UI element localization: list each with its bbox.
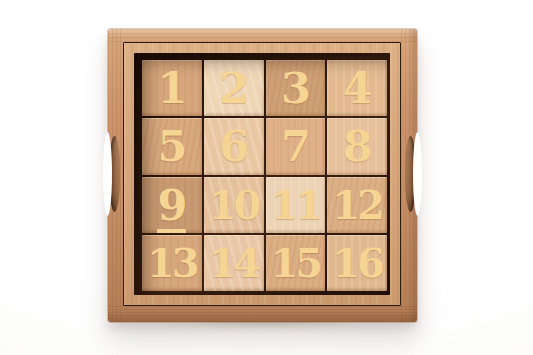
tile-14[interactable]: 14 xyxy=(204,235,264,291)
tile-7[interactable]: 7 xyxy=(266,118,326,174)
tile-1-label: 1 xyxy=(157,67,186,110)
box-rim-right xyxy=(401,29,417,322)
tile-11[interactable]: 11 xyxy=(266,177,326,233)
tile-16[interactable]: 16 xyxy=(327,235,387,291)
tile-13-label: 13 xyxy=(147,243,197,283)
inner-tray-frame: 1 2 3 4 5 6 7 8 9 10 11 12 13 14 15 16 xyxy=(123,42,401,306)
tile-8-label: 8 xyxy=(343,125,372,168)
box-rim-left xyxy=(108,29,123,322)
tile-1[interactable]: 1 xyxy=(142,60,202,116)
tile-16-label: 16 xyxy=(332,243,382,283)
finger-notch-right xyxy=(401,132,417,216)
tile-8[interactable]: 8 xyxy=(327,118,387,174)
finger-notch-left-cutout xyxy=(103,132,112,216)
box-rim-bottom xyxy=(108,306,417,322)
tile-14-label: 14 xyxy=(209,243,259,283)
photo-background: 1 2 3 4 5 6 7 8 9 10 11 12 13 14 15 16 xyxy=(0,0,533,355)
tile-2-label: 2 xyxy=(219,67,248,110)
tile-5[interactable]: 5 xyxy=(142,118,202,174)
tile-11-label: 11 xyxy=(271,185,321,225)
tile-3-label: 3 xyxy=(281,67,310,110)
tile-13[interactable]: 13 xyxy=(142,235,202,291)
tile-2[interactable]: 2 xyxy=(204,60,264,116)
tile-12-label: 12 xyxy=(332,185,382,225)
puzzle-grid: 1 2 3 4 5 6 7 8 9 10 11 12 13 14 15 16 xyxy=(142,60,387,291)
tile-6[interactable]: 6 xyxy=(204,118,264,174)
tile-3[interactable]: 3 xyxy=(266,60,326,116)
finger-notch-right-groove xyxy=(405,136,416,212)
tile-15[interactable]: 15 xyxy=(266,235,326,291)
finger-notch-right-cutout xyxy=(413,132,422,216)
tile-10-label: 10 xyxy=(209,185,259,225)
tile-9-label: 9 xyxy=(157,184,186,233)
box-rim-top xyxy=(108,29,417,42)
finger-notch-left xyxy=(108,132,124,216)
tile-10[interactable]: 10 xyxy=(204,177,264,233)
puzzle-box: 1 2 3 4 5 6 7 8 9 10 11 12 13 14 15 16 xyxy=(108,29,417,322)
tile-15-label: 15 xyxy=(271,243,321,283)
tile-well: 1 2 3 4 5 6 7 8 9 10 11 12 13 14 15 16 xyxy=(134,53,390,295)
tile-9[interactable]: 9 xyxy=(142,177,202,233)
tile-6-label: 6 xyxy=(219,125,248,168)
tile-7-label: 7 xyxy=(281,125,310,168)
tile-4[interactable]: 4 xyxy=(327,60,387,116)
tile-12[interactable]: 12 xyxy=(327,177,387,233)
tile-5-label: 5 xyxy=(157,125,186,168)
tile-4-label: 4 xyxy=(343,67,372,110)
finger-notch-left-groove xyxy=(109,136,120,212)
